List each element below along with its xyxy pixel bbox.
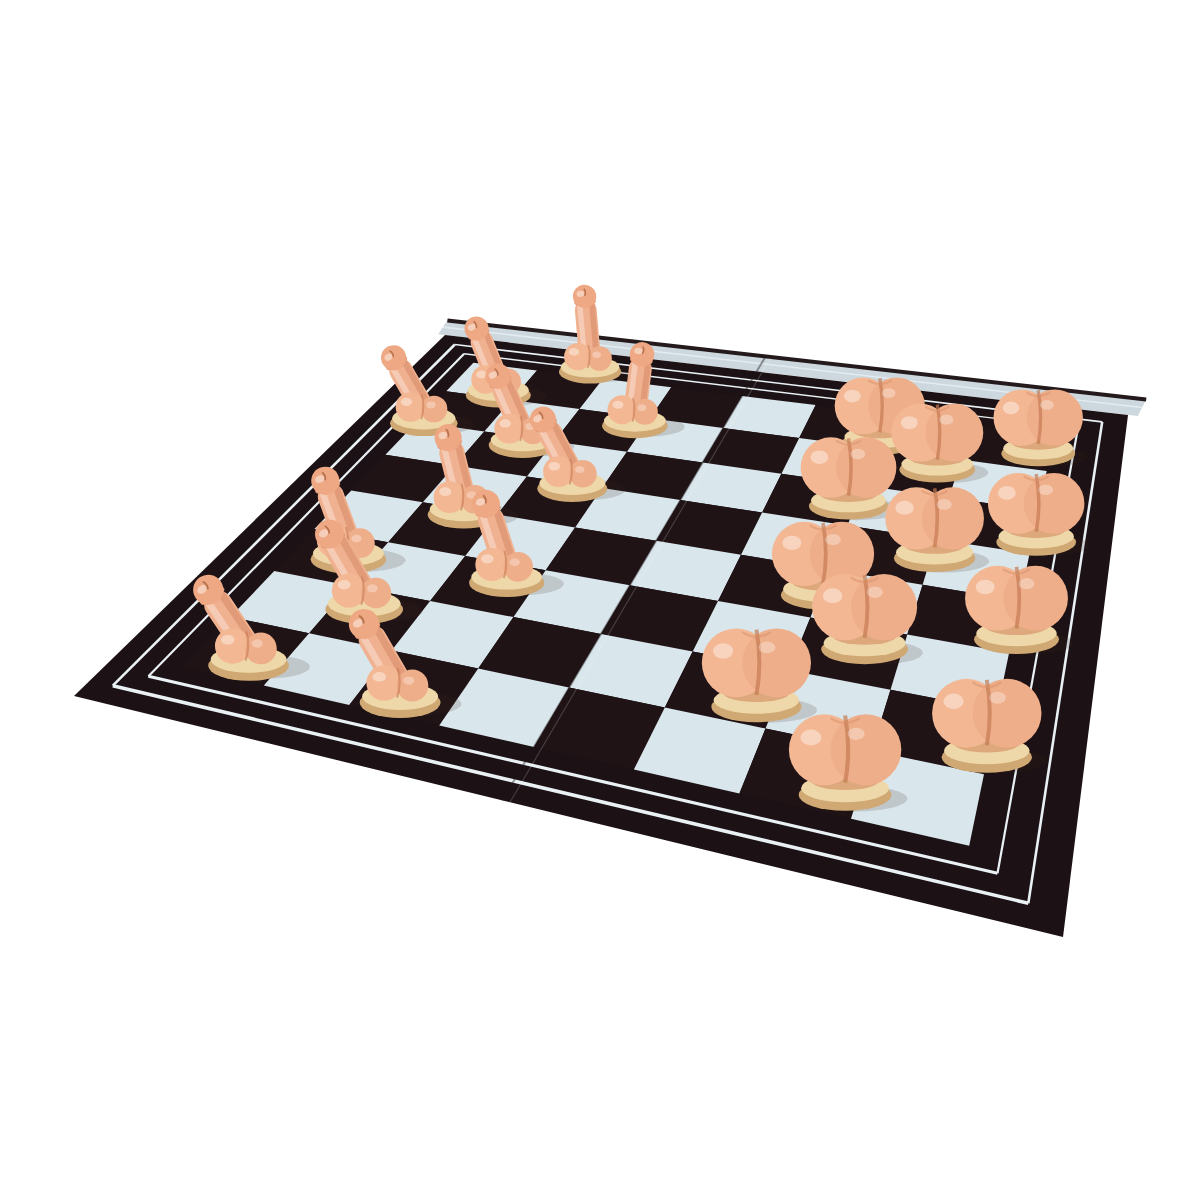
border-rivet xyxy=(516,768,522,774)
border-rivet xyxy=(284,522,289,527)
border-rivet xyxy=(149,657,155,663)
border-rivet xyxy=(1026,781,1032,787)
checker-piece-booty-c7r0 xyxy=(993,389,1087,466)
border-rivet xyxy=(1047,657,1052,662)
border-rivet xyxy=(1079,474,1083,478)
checker-piece-booty-c6r7 xyxy=(789,714,908,811)
checker-piece-booty-c6r5 xyxy=(812,574,923,665)
checker-piece-booty-c6r1 xyxy=(891,404,988,483)
border-rivet xyxy=(1014,853,1020,859)
border-rivet xyxy=(198,608,204,614)
border-rivet xyxy=(747,383,750,386)
checker-piece-booty-c7r6 xyxy=(932,679,1047,774)
border-rivet xyxy=(329,724,335,730)
border-rivet xyxy=(677,374,680,377)
border-rivet xyxy=(1085,437,1089,441)
border-rivet xyxy=(960,872,966,878)
checker-piece-booty-c5r2 xyxy=(801,437,902,520)
checker-piece-booty-c7r4 xyxy=(965,566,1073,655)
border-rivet xyxy=(448,358,452,362)
border-rivet xyxy=(243,563,248,568)
checker-piece-booty-c5r6 xyxy=(702,628,817,722)
novelty-checkers-product-photo xyxy=(0,0,1200,1200)
border-rivet xyxy=(725,817,731,823)
border-rivet xyxy=(839,844,845,850)
checker-piece-booty-c6r3 xyxy=(885,487,989,572)
border-rivet xyxy=(160,685,166,691)
border-rivet xyxy=(357,449,362,454)
border-rivet xyxy=(242,704,248,710)
border-rivet xyxy=(618,792,624,798)
checkers-board xyxy=(0,0,1200,1200)
border-rivet xyxy=(1064,557,1069,562)
checker-piece-booty-c7r2 xyxy=(988,473,1090,556)
border-rivet xyxy=(420,746,426,752)
border-rivet xyxy=(545,358,548,361)
border-rivet xyxy=(820,391,823,394)
